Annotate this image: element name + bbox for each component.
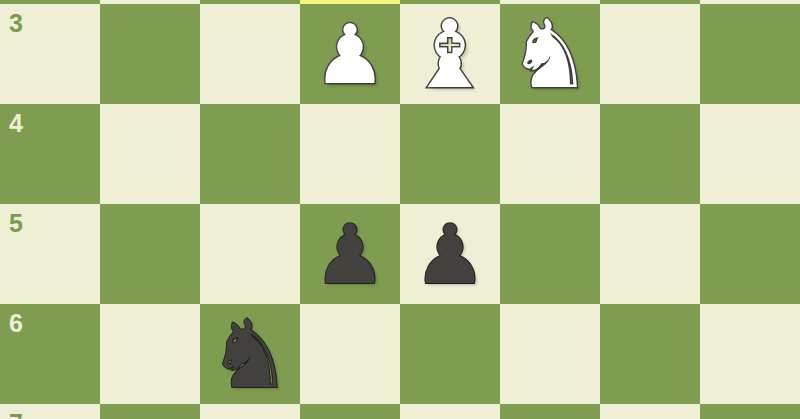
square-f6[interactable]: ♞ <box>200 304 300 404</box>
square-h3[interactable]: 3 <box>0 4 100 104</box>
square-a3[interactable] <box>700 4 800 104</box>
square-e6[interactable] <box>300 304 400 404</box>
square-d4[interactable] <box>400 104 500 204</box>
square-d6[interactable] <box>400 304 500 404</box>
square-h4[interactable]: 4 <box>0 104 100 204</box>
square-f4[interactable] <box>200 104 300 204</box>
square-b4[interactable] <box>600 104 700 204</box>
square-d7[interactable] <box>400 404 500 419</box>
square-b6[interactable] <box>600 304 700 404</box>
square-g6[interactable] <box>100 304 200 404</box>
square-e7[interactable] <box>300 404 400 419</box>
black-knight-f6[interactable]: ♞ <box>208 305 292 405</box>
square-a4[interactable] <box>700 104 800 204</box>
chess-board-viewport: 123♟♝♞45♟♟6♞78 <box>0 0 800 419</box>
square-a6[interactable] <box>700 304 800 404</box>
square-f3[interactable] <box>200 4 300 104</box>
square-h5[interactable]: 5 <box>0 204 100 304</box>
square-e3[interactable]: ♟ <box>300 4 400 104</box>
white-bishop-d3[interactable]: ♝ <box>408 5 492 105</box>
square-c5[interactable] <box>500 204 600 304</box>
black-pawn-d5[interactable]: ♟ <box>413 205 487 305</box>
square-b7[interactable] <box>600 404 700 419</box>
white-knight-c3[interactable]: ♞ <box>508 5 592 105</box>
rank-label-7: 7 <box>9 411 23 419</box>
square-f7[interactable] <box>200 404 300 419</box>
rank-label-4: 4 <box>9 111 23 136</box>
black-pawn-e5[interactable]: ♟ <box>313 205 387 305</box>
square-a7[interactable] <box>700 404 800 419</box>
square-e5[interactable]: ♟ <box>300 204 400 304</box>
square-c7[interactable] <box>500 404 600 419</box>
rank-label-6: 6 <box>9 311 23 336</box>
square-e4[interactable] <box>300 104 400 204</box>
square-c3[interactable]: ♞ <box>500 4 600 104</box>
square-b5[interactable] <box>600 204 700 304</box>
white-pawn-e3[interactable]: ♟ <box>313 5 387 105</box>
square-h7[interactable]: 7 <box>0 404 100 419</box>
square-c4[interactable] <box>500 104 600 204</box>
square-h6[interactable]: 6 <box>0 304 100 404</box>
square-d3[interactable]: ♝ <box>400 4 500 104</box>
square-d5[interactable]: ♟ <box>400 204 500 304</box>
square-g5[interactable] <box>100 204 200 304</box>
square-g4[interactable] <box>100 104 200 204</box>
square-c6[interactable] <box>500 304 600 404</box>
rank-label-5: 5 <box>9 211 23 236</box>
square-g7[interactable] <box>100 404 200 419</box>
square-g3[interactable] <box>100 4 200 104</box>
square-f5[interactable] <box>200 204 300 304</box>
rank-label-3: 3 <box>9 11 23 36</box>
chess-board: 123♟♝♞45♟♟6♞78 <box>0 0 800 419</box>
square-a5[interactable] <box>700 204 800 304</box>
square-b3[interactable] <box>600 4 700 104</box>
